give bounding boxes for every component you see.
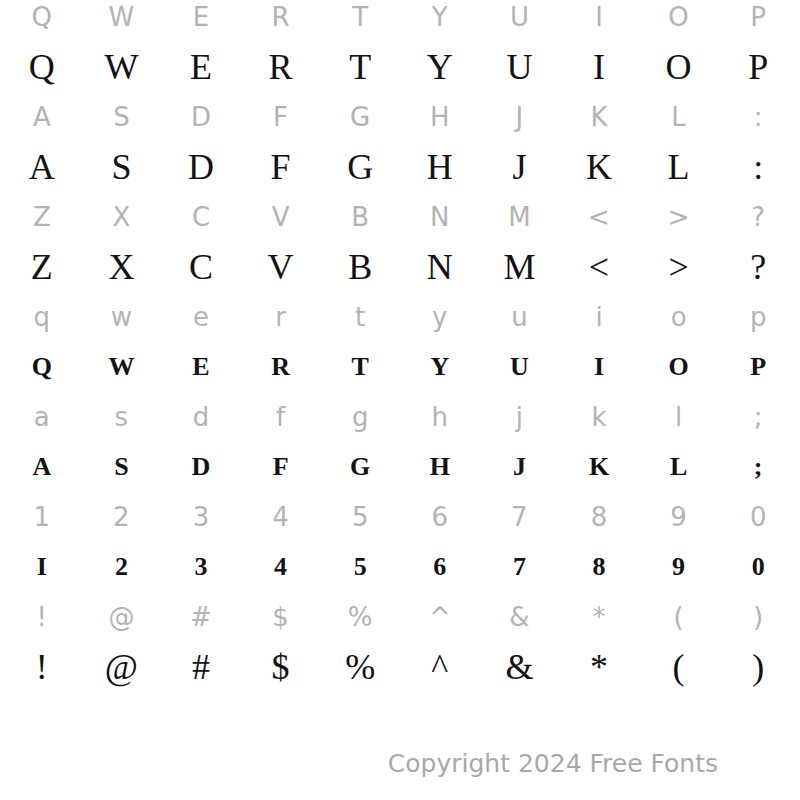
- char-cell-r12-c3: 3: [161, 542, 241, 592]
- char-cell-r14-c10: ): [718, 642, 798, 692]
- char-cell-r9-c4: f: [241, 392, 321, 442]
- char-cell-r9-c10: ;: [718, 392, 798, 442]
- char-cell-r1-c4: R: [241, 0, 321, 42]
- char-cell-r10-c9: L: [639, 442, 719, 492]
- char-cell-r13-c2: @: [82, 592, 162, 642]
- char-cell-r8-c10: P: [718, 342, 798, 392]
- char-cell-r6-c5: B: [320, 242, 400, 292]
- char-cell-r8-c6: Y: [400, 342, 480, 392]
- char-cell-r11-c6: 6: [400, 492, 480, 542]
- char-cell-r10-c5: G: [320, 442, 400, 492]
- char-cell-r1-c2: W: [82, 0, 162, 42]
- char-cell-r14-c3: #: [161, 642, 241, 692]
- char-cell-r5-c1: Z: [2, 192, 82, 242]
- char-cell-r2-c3: E: [161, 42, 241, 92]
- char-cell-r14-c4: $: [241, 642, 321, 692]
- char-cell-r13-c3: #: [161, 592, 241, 642]
- char-cell-r13-c6: ^: [400, 592, 480, 642]
- char-cell-r10-c8: K: [559, 442, 639, 492]
- char-cell-r11-c9: 9: [639, 492, 719, 542]
- char-cell-r6-c8: <: [559, 242, 639, 292]
- char-cell-r12-c4: 4: [241, 542, 321, 592]
- char-cell-r10-c2: S: [82, 442, 162, 492]
- char-cell-r1-c8: I: [559, 0, 639, 42]
- char-cell-r13-c8: *: [559, 592, 639, 642]
- char-cell-r7-c7: u: [480, 292, 560, 342]
- char-cell-r12-c1: I: [2, 542, 82, 592]
- char-cell-r2-c1: Q: [2, 42, 82, 92]
- char-cell-r7-c5: t: [320, 292, 400, 342]
- char-cell-r8-c9: O: [639, 342, 719, 392]
- char-cell-r4-c10: :: [718, 142, 798, 192]
- char-cell-r3-c10: :: [718, 92, 798, 142]
- char-cell-r13-c9: (: [639, 592, 719, 642]
- char-cell-r14-c1: !: [2, 642, 82, 692]
- char-cell-r12-c2: 2: [82, 542, 162, 592]
- character-grid: QWERTYUIOPQWERTYUIOPASDFGHJKL:ASDFGHJKL:…: [2, 0, 798, 692]
- char-cell-r12-c6: 6: [400, 542, 480, 592]
- char-cell-r2-c4: R: [241, 42, 321, 92]
- char-cell-r11-c7: 7: [480, 492, 560, 542]
- char-cell-r9-c5: g: [320, 392, 400, 442]
- char-cell-r6-c1: Z: [2, 242, 82, 292]
- char-cell-r2-c9: O: [639, 42, 719, 92]
- char-cell-r13-c7: &: [480, 592, 560, 642]
- char-cell-r3-c9: L: [639, 92, 719, 142]
- char-cell-r13-c10: ): [718, 592, 798, 642]
- char-cell-r1-c5: T: [320, 0, 400, 42]
- char-cell-r14-c9: (: [639, 642, 719, 692]
- char-cell-r4-c2: S: [82, 142, 162, 192]
- char-cell-r4-c5: G: [320, 142, 400, 192]
- char-cell-r12-c10: 0: [718, 542, 798, 592]
- char-cell-r4-c4: F: [241, 142, 321, 192]
- char-cell-r7-c3: e: [161, 292, 241, 342]
- char-cell-r12-c5: 5: [320, 542, 400, 592]
- char-cell-r2-c6: Y: [400, 42, 480, 92]
- char-cell-r4-c6: H: [400, 142, 480, 192]
- char-cell-r6-c4: V: [241, 242, 321, 292]
- char-cell-r14-c8: *: [559, 642, 639, 692]
- char-cell-r7-c1: q: [2, 292, 82, 342]
- char-cell-r9-c9: l: [639, 392, 719, 442]
- char-cell-r9-c6: h: [400, 392, 480, 442]
- char-cell-r5-c10: ?: [718, 192, 798, 242]
- char-cell-r3-c7: J: [480, 92, 560, 142]
- char-cell-r3-c8: K: [559, 92, 639, 142]
- char-cell-r14-c2: @: [82, 642, 162, 692]
- char-cell-r7-c8: i: [559, 292, 639, 342]
- char-cell-r5-c5: B: [320, 192, 400, 242]
- char-cell-r13-c4: $: [241, 592, 321, 642]
- char-cell-r8-c1: Q: [2, 342, 82, 392]
- char-cell-r13-c5: %: [320, 592, 400, 642]
- char-cell-r11-c3: 3: [161, 492, 241, 542]
- char-cell-r6-c10: ?: [718, 242, 798, 292]
- char-cell-r1-c1: Q: [2, 0, 82, 42]
- char-cell-r10-c1: A: [2, 442, 82, 492]
- char-cell-r9-c7: j: [480, 392, 560, 442]
- char-cell-r6-c7: M: [480, 242, 560, 292]
- char-cell-r14-c7: &: [480, 642, 560, 692]
- char-cell-r1-c3: E: [161, 0, 241, 42]
- char-cell-r5-c8: <: [559, 192, 639, 242]
- char-cell-r10-c10: ;: [718, 442, 798, 492]
- char-cell-r2-c8: I: [559, 42, 639, 92]
- char-cell-r8-c3: E: [161, 342, 241, 392]
- char-cell-r11-c2: 2: [82, 492, 162, 542]
- char-cell-r11-c10: 0: [718, 492, 798, 542]
- char-cell-r4-c9: L: [639, 142, 719, 192]
- char-cell-r12-c9: 9: [639, 542, 719, 592]
- char-cell-r8-c8: I: [559, 342, 639, 392]
- char-cell-r1-c7: U: [480, 0, 560, 42]
- char-cell-r7-c6: y: [400, 292, 480, 342]
- char-cell-r14-c5: %: [320, 642, 400, 692]
- char-cell-r3-c1: A: [2, 92, 82, 142]
- char-cell-r3-c5: G: [320, 92, 400, 142]
- font-specimen-sheet: QWERTYUIOPQWERTYUIOPASDFGHJKL:ASDFGHJKL:…: [0, 0, 800, 792]
- char-cell-r8-c4: R: [241, 342, 321, 392]
- char-cell-r1-c9: O: [639, 0, 719, 42]
- char-cell-r4-c7: J: [480, 142, 560, 192]
- char-cell-r11-c8: 8: [559, 492, 639, 542]
- char-cell-r7-c4: r: [241, 292, 321, 342]
- char-cell-r6-c6: N: [400, 242, 480, 292]
- char-cell-r4-c8: K: [559, 142, 639, 192]
- char-cell-r8-c7: U: [480, 342, 560, 392]
- char-cell-r3-c2: S: [82, 92, 162, 142]
- char-cell-r14-c6: ^: [400, 642, 480, 692]
- char-cell-r8-c5: T: [320, 342, 400, 392]
- char-cell-r2-c5: T: [320, 42, 400, 92]
- char-cell-r1-c10: P: [718, 0, 798, 42]
- char-cell-r9-c2: s: [82, 392, 162, 442]
- char-cell-r7-c2: w: [82, 292, 162, 342]
- char-cell-r7-c9: o: [639, 292, 719, 342]
- char-cell-r5-c3: C: [161, 192, 241, 242]
- char-cell-r12-c8: 8: [559, 542, 639, 592]
- char-cell-r5-c4: V: [241, 192, 321, 242]
- char-cell-r1-c6: Y: [400, 0, 480, 42]
- char-cell-r3-c4: F: [241, 92, 321, 142]
- char-cell-r6-c2: X: [82, 242, 162, 292]
- char-cell-r4-c3: D: [161, 142, 241, 192]
- char-cell-r10-c7: J: [480, 442, 560, 492]
- char-cell-r8-c2: W: [82, 342, 162, 392]
- char-cell-r11-c4: 4: [241, 492, 321, 542]
- char-cell-r10-c6: H: [400, 442, 480, 492]
- char-cell-r10-c4: F: [241, 442, 321, 492]
- char-cell-r9-c8: k: [559, 392, 639, 442]
- char-cell-r5-c6: N: [400, 192, 480, 242]
- char-cell-r4-c1: A: [2, 142, 82, 192]
- char-cell-r5-c7: M: [480, 192, 560, 242]
- char-cell-r6-c3: C: [161, 242, 241, 292]
- char-cell-r9-c3: d: [161, 392, 241, 442]
- char-cell-r3-c6: H: [400, 92, 480, 142]
- char-cell-r10-c3: D: [161, 442, 241, 492]
- char-cell-r12-c7: 7: [480, 542, 560, 592]
- char-cell-r5-c2: X: [82, 192, 162, 242]
- char-cell-r5-c9: >: [639, 192, 719, 242]
- copyright-text: Copyright 2024 Free Fonts: [388, 749, 718, 778]
- char-cell-r6-c9: >: [639, 242, 719, 292]
- char-cell-r11-c1: 1: [2, 492, 82, 542]
- char-cell-r9-c1: a: [2, 392, 82, 442]
- char-cell-r2-c10: P: [718, 42, 798, 92]
- char-cell-r2-c7: U: [480, 42, 560, 92]
- char-cell-r13-c1: !: [2, 592, 82, 642]
- char-cell-r7-c10: p: [718, 292, 798, 342]
- char-cell-r3-c3: D: [161, 92, 241, 142]
- char-cell-r2-c2: W: [82, 42, 162, 92]
- char-cell-r11-c5: 5: [320, 492, 400, 542]
